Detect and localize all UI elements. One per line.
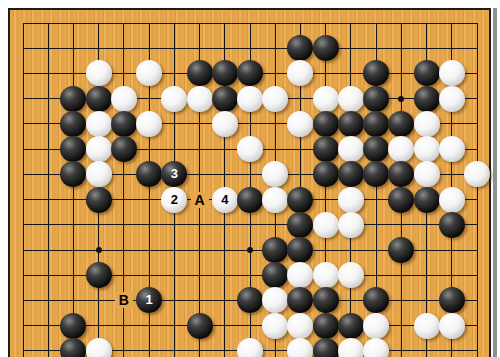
- white-stone[interactable]: [338, 338, 364, 357]
- white-stone[interactable]: [262, 86, 288, 112]
- white-stone[interactable]: [439, 187, 465, 213]
- move-label-B: B: [115, 292, 133, 308]
- black-stone[interactable]: [287, 187, 313, 213]
- white-stone[interactable]: [313, 212, 339, 238]
- black-stone[interactable]: [313, 338, 339, 357]
- white-stone[interactable]: [338, 86, 364, 112]
- move-label-A: A: [191, 192, 209, 208]
- black-stone[interactable]: [363, 111, 389, 137]
- black-stone[interactable]: [313, 287, 339, 313]
- white-stone[interactable]: [262, 313, 288, 339]
- white-stone[interactable]: [414, 313, 440, 339]
- black-stone[interactable]: [338, 313, 364, 339]
- white-stone[interactable]: [338, 136, 364, 162]
- white-stone[interactable]: [439, 136, 465, 162]
- black-stone[interactable]: [262, 237, 288, 263]
- white-stone[interactable]: [136, 111, 162, 137]
- black-stone[interactable]: [111, 136, 137, 162]
- white-stone[interactable]: [287, 313, 313, 339]
- white-stone[interactable]: [86, 338, 112, 357]
- grid-line-horizontal: [23, 224, 478, 225]
- black-stone[interactable]: [414, 187, 440, 213]
- black-stone[interactable]: [313, 161, 339, 187]
- board-shadow: [493, 8, 497, 357]
- black-stone[interactable]: [212, 86, 238, 112]
- black-stone[interactable]: [86, 86, 112, 112]
- star-point: [398, 96, 404, 102]
- black-stone[interactable]: [388, 187, 414, 213]
- star-point: [247, 247, 253, 253]
- black-stone[interactable]: [313, 136, 339, 162]
- black-stone[interactable]: [60, 313, 86, 339]
- grid-line-horizontal: [23, 48, 478, 49]
- go-diagram: 1234AB: [0, 0, 500, 357]
- white-stone[interactable]: [439, 60, 465, 86]
- black-stone[interactable]: [363, 136, 389, 162]
- black-stone[interactable]: [313, 111, 339, 137]
- black-stone[interactable]: [187, 60, 213, 86]
- black-stone[interactable]: [287, 212, 313, 238]
- black-stone[interactable]: [414, 86, 440, 112]
- white-stone[interactable]: [363, 313, 389, 339]
- white-stone[interactable]: [414, 111, 440, 137]
- black-stone[interactable]: [111, 111, 137, 137]
- white-stone[interactable]: [212, 111, 238, 137]
- white-stone[interactable]: [262, 187, 288, 213]
- grid-line-horizontal: [23, 325, 478, 326]
- white-stone[interactable]: [237, 338, 263, 357]
- white-stone[interactable]: [212, 187, 238, 213]
- white-stone[interactable]: [439, 313, 465, 339]
- black-stone[interactable]: [439, 287, 465, 313]
- black-stone[interactable]: [313, 313, 339, 339]
- white-stone[interactable]: [86, 60, 112, 86]
- white-stone[interactable]: [439, 86, 465, 112]
- black-stone[interactable]: [439, 212, 465, 238]
- white-stone[interactable]: [161, 86, 187, 112]
- black-stone[interactable]: [212, 60, 238, 86]
- white-stone[interactable]: [237, 136, 263, 162]
- white-stone[interactable]: [237, 86, 263, 112]
- white-stone[interactable]: [86, 111, 112, 137]
- black-stone[interactable]: [338, 161, 364, 187]
- white-stone[interactable]: [338, 187, 364, 213]
- black-stone[interactable]: [86, 187, 112, 213]
- black-stone[interactable]: [187, 313, 213, 339]
- white-stone[interactable]: [111, 86, 137, 112]
- black-stone[interactable]: [414, 60, 440, 86]
- white-stone[interactable]: [338, 262, 364, 288]
- grid-line-horizontal: [23, 23, 478, 24]
- black-stone[interactable]: [338, 111, 364, 137]
- white-stone[interactable]: [338, 212, 364, 238]
- black-stone[interactable]: [237, 187, 263, 213]
- white-stone[interactable]: [86, 136, 112, 162]
- white-stone[interactable]: [414, 161, 440, 187]
- white-stone[interactable]: [414, 136, 440, 162]
- white-stone[interactable]: [187, 86, 213, 112]
- black-stone[interactable]: [313, 35, 339, 61]
- white-stone[interactable]: [313, 262, 339, 288]
- white-stone[interactable]: [86, 161, 112, 187]
- white-stone[interactable]: [313, 86, 339, 112]
- black-stone[interactable]: [363, 86, 389, 112]
- black-stone[interactable]: [60, 86, 86, 112]
- black-stone[interactable]: [388, 111, 414, 137]
- black-stone[interactable]: [86, 262, 112, 288]
- white-stone[interactable]: [161, 187, 187, 213]
- star-point: [96, 247, 102, 253]
